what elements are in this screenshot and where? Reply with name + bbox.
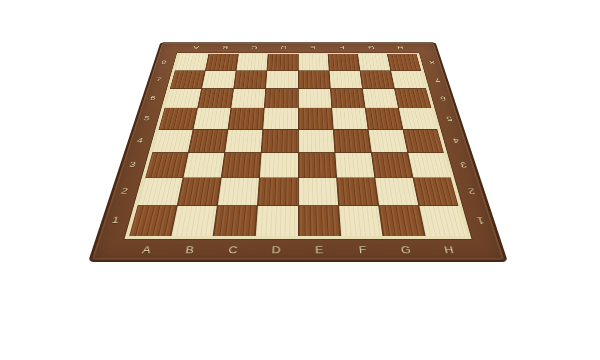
square-g7 xyxy=(360,71,394,89)
square-b6 xyxy=(198,89,233,108)
square-d4 xyxy=(262,129,298,152)
square-c2 xyxy=(218,178,259,205)
square-f2 xyxy=(337,178,378,205)
board-front-edge xyxy=(88,261,508,271)
square-c3 xyxy=(222,153,261,178)
square-f3 xyxy=(335,153,374,178)
square-h3 xyxy=(408,153,451,178)
square-a2 xyxy=(138,178,183,205)
square-a4 xyxy=(152,129,192,152)
file-label-top-f: F xyxy=(327,42,357,53)
square-c7 xyxy=(234,71,267,89)
square-g1 xyxy=(379,206,425,236)
square-d5 xyxy=(263,108,297,129)
square-h1 xyxy=(419,206,467,236)
square-g5 xyxy=(365,108,402,129)
square-c5 xyxy=(229,108,265,129)
square-e5 xyxy=(298,108,332,129)
file-label-bottom-d: D xyxy=(254,239,298,262)
square-a3 xyxy=(145,153,188,178)
square-c8 xyxy=(237,54,268,70)
file-label-top-c: C xyxy=(239,42,269,53)
product-photo-scene: ABCDEFGH ABCDEFGH 87654321 87654321 xyxy=(0,0,600,360)
square-d3 xyxy=(260,153,297,178)
square-e6 xyxy=(298,89,331,108)
file-labels-top: ABCDEFGH xyxy=(180,42,416,53)
file-label-bottom-b: B xyxy=(166,239,213,262)
square-e7 xyxy=(298,71,329,89)
square-h5 xyxy=(399,108,437,129)
square-b4 xyxy=(189,129,228,152)
file-label-top-d: D xyxy=(268,42,298,53)
square-e4 xyxy=(298,129,334,152)
file-label-bottom-a: A xyxy=(122,239,171,262)
file-label-top-a: A xyxy=(180,42,212,53)
square-d6 xyxy=(265,89,298,108)
square-b1 xyxy=(172,206,218,236)
square-f8 xyxy=(328,54,359,70)
square-h4 xyxy=(403,129,443,152)
square-c1 xyxy=(214,206,257,236)
square-d7 xyxy=(266,71,297,89)
file-label-top-e: E xyxy=(298,42,328,53)
file-label-top-b: B xyxy=(209,42,240,53)
file-label-bottom-f: F xyxy=(340,239,386,262)
playing-field xyxy=(125,53,472,239)
square-f4 xyxy=(333,129,370,152)
square-a7 xyxy=(170,71,205,89)
squares-grid xyxy=(129,54,467,236)
square-f5 xyxy=(332,108,368,129)
file-label-top-h: H xyxy=(384,42,416,53)
chessboard: ABCDEFGH ABCDEFGH 87654321 87654321 xyxy=(88,42,508,262)
square-g4 xyxy=(368,129,407,152)
square-c6 xyxy=(231,89,265,108)
square-a8 xyxy=(175,54,209,70)
square-e3 xyxy=(298,153,335,178)
square-d1 xyxy=(256,206,297,236)
square-e8 xyxy=(298,54,328,70)
file-label-top-g: G xyxy=(356,42,387,53)
square-h2 xyxy=(413,178,458,205)
square-h8 xyxy=(388,54,422,70)
square-f1 xyxy=(339,206,382,236)
square-b7 xyxy=(202,71,236,89)
square-g6 xyxy=(363,89,398,108)
file-labels-bottom: ABCDEFGH xyxy=(122,239,474,262)
square-g8 xyxy=(358,54,390,70)
square-d8 xyxy=(267,54,297,70)
square-c4 xyxy=(225,129,262,152)
square-b3 xyxy=(184,153,225,178)
square-b5 xyxy=(194,108,231,129)
square-b8 xyxy=(206,54,238,70)
square-e1 xyxy=(298,206,339,236)
square-h6 xyxy=(395,89,432,108)
square-h7 xyxy=(391,71,426,89)
square-d2 xyxy=(258,178,297,205)
square-a5 xyxy=(159,108,197,129)
file-label-bottom-e: E xyxy=(298,239,342,262)
file-label-bottom-c: C xyxy=(210,239,256,262)
square-f6 xyxy=(330,89,364,108)
square-b2 xyxy=(178,178,221,205)
file-label-bottom-h: H xyxy=(425,239,474,262)
square-e2 xyxy=(298,178,337,205)
square-g2 xyxy=(375,178,418,205)
file-label-bottom-g: G xyxy=(383,239,430,262)
square-g3 xyxy=(372,153,413,178)
square-f7 xyxy=(329,71,362,89)
square-a6 xyxy=(165,89,202,108)
square-a1 xyxy=(129,206,177,236)
